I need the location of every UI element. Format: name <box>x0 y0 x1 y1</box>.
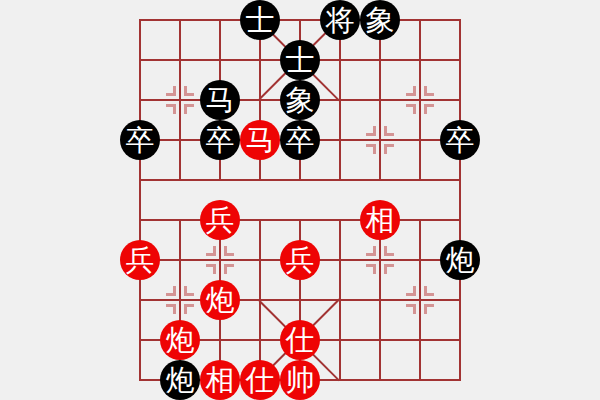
xiangqi-board[interactable]: 士将象士马象卒卒马卒卒兵相兵兵炮炮炮仕炮相仕帅 <box>140 20 460 380</box>
position-marker <box>366 246 376 256</box>
piece-red-horse[interactable]: 马 <box>240 120 280 160</box>
board-vline <box>459 19 461 381</box>
board-vline <box>419 220 421 380</box>
piece-red-soldier[interactable]: 兵 <box>280 240 320 280</box>
position-marker <box>424 304 434 314</box>
piece-red-general[interactable]: 帅 <box>280 360 320 400</box>
position-marker <box>366 264 376 274</box>
position-marker <box>366 144 376 154</box>
board-vline <box>139 19 141 381</box>
position-marker <box>206 246 216 256</box>
position-marker <box>406 86 416 96</box>
piece-black-advisor[interactable]: 士 <box>280 40 320 80</box>
piece-black-elephant[interactable]: 象 <box>360 0 400 40</box>
piece-red-advisor[interactable]: 仕 <box>280 320 320 360</box>
position-marker <box>366 126 376 136</box>
piece-black-general[interactable]: 将 <box>320 0 360 40</box>
position-marker <box>184 104 194 114</box>
piece-black-elephant[interactable]: 象 <box>280 80 320 120</box>
position-marker <box>406 104 416 114</box>
piece-red-elephant[interactable]: 相 <box>360 200 400 240</box>
piece-black-cannon[interactable]: 炮 <box>160 360 200 400</box>
position-marker <box>384 126 394 136</box>
position-marker <box>424 286 434 296</box>
piece-black-cannon[interactable]: 炮 <box>440 240 480 280</box>
board-vline <box>419 20 421 180</box>
piece-black-horse[interactable]: 马 <box>200 80 240 120</box>
piece-black-soldier[interactable]: 卒 <box>120 120 160 160</box>
position-marker <box>224 246 234 256</box>
position-marker <box>406 304 416 314</box>
board-vline <box>179 20 181 180</box>
board-vline <box>379 20 381 180</box>
position-marker <box>166 86 176 96</box>
piece-red-cannon[interactable]: 炮 <box>200 280 240 320</box>
position-marker <box>166 286 176 296</box>
position-marker <box>406 286 416 296</box>
position-marker <box>384 144 394 154</box>
position-marker <box>424 104 434 114</box>
position-marker <box>184 286 194 296</box>
piece-red-soldier[interactable]: 兵 <box>200 200 240 240</box>
position-marker <box>206 264 216 274</box>
piece-black-soldier[interactable]: 卒 <box>200 120 240 160</box>
piece-red-advisor[interactable]: 仕 <box>240 360 280 400</box>
piece-black-soldier[interactable]: 卒 <box>280 120 320 160</box>
piece-black-advisor[interactable]: 士 <box>240 0 280 40</box>
piece-red-elephant[interactable]: 相 <box>200 360 240 400</box>
position-marker <box>384 264 394 274</box>
board-vline <box>379 220 381 380</box>
piece-red-cannon[interactable]: 炮 <box>160 320 200 360</box>
position-marker <box>184 86 194 96</box>
piece-black-soldier[interactable]: 卒 <box>440 120 480 160</box>
piece-red-soldier[interactable]: 兵 <box>120 240 160 280</box>
position-marker <box>184 304 194 314</box>
xiangqi-app: 士将象士马象卒卒马卒卒兵相兵兵炮炮炮仕炮相仕帅 <box>0 0 600 400</box>
position-marker <box>424 86 434 96</box>
position-marker <box>224 264 234 274</box>
position-marker <box>166 304 176 314</box>
position-marker <box>384 246 394 256</box>
position-marker <box>166 104 176 114</box>
